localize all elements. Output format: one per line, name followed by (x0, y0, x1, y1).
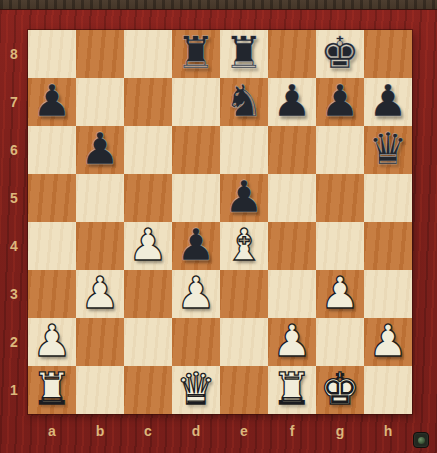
square-f3[interactable] (268, 270, 316, 318)
rank-label-3: 3 (0, 270, 28, 318)
black-pawn: ♟ (224, 173, 263, 221)
square-h1[interactable] (364, 366, 412, 414)
file-label-d: d (172, 414, 220, 453)
square-e7[interactable]: ♞ (220, 78, 268, 126)
rank-labels: 87654321 (0, 30, 28, 414)
white-pawn: ♟ (368, 317, 407, 365)
black-pawn: ♟ (320, 77, 359, 125)
square-f8[interactable] (268, 30, 316, 78)
square-c8[interactable] (124, 30, 172, 78)
square-a1[interactable]: ♜ (28, 366, 76, 414)
black-rook: ♜ (176, 29, 215, 77)
square-e5[interactable]: ♟ (220, 174, 268, 222)
square-c2[interactable] (124, 318, 172, 366)
square-f6[interactable] (268, 126, 316, 174)
square-f1[interactable]: ♜ (268, 366, 316, 414)
square-e3[interactable] (220, 270, 268, 318)
square-b7[interactable] (76, 78, 124, 126)
square-g5[interactable] (316, 174, 364, 222)
white-queen: ♛ (176, 365, 215, 413)
white-pawn: ♟ (80, 269, 119, 317)
board-menu-button[interactable] (413, 432, 429, 448)
white-pawn: ♟ (32, 317, 71, 365)
file-label-a: a (28, 414, 76, 453)
white-rook: ♜ (32, 365, 71, 413)
file-label-c: c (124, 414, 172, 453)
square-d8[interactable]: ♜ (172, 30, 220, 78)
white-rook: ♜ (272, 365, 311, 413)
square-f4[interactable] (268, 222, 316, 270)
file-labels: abcdefgh (28, 414, 412, 453)
rank-label-5: 5 (0, 174, 28, 222)
file-label-e: e (220, 414, 268, 453)
square-e8[interactable]: ♜ (220, 30, 268, 78)
file-label-g: g (316, 414, 364, 453)
rank-label-1: 1 (0, 366, 28, 414)
square-c4[interactable]: ♟ (124, 222, 172, 270)
board-frame: 87654321 ♜♜♚♟♞♟♟♟♟♛♟♟♟♝♟♟♟♟♟♟♜♛♜♚ abcdef… (0, 0, 437, 453)
square-a4[interactable] (28, 222, 76, 270)
square-c1[interactable] (124, 366, 172, 414)
square-e4[interactable]: ♝ (220, 222, 268, 270)
square-b6[interactable]: ♟ (76, 126, 124, 174)
square-g8[interactable]: ♚ (316, 30, 364, 78)
square-e6[interactable] (220, 126, 268, 174)
square-h8[interactable] (364, 30, 412, 78)
black-rook: ♜ (224, 29, 263, 77)
square-h5[interactable] (364, 174, 412, 222)
square-h4[interactable] (364, 222, 412, 270)
file-label-h: h (364, 414, 412, 453)
square-a6[interactable] (28, 126, 76, 174)
square-d7[interactable] (172, 78, 220, 126)
square-f5[interactable] (268, 174, 316, 222)
square-g4[interactable] (316, 222, 364, 270)
square-a3[interactable] (28, 270, 76, 318)
square-b2[interactable] (76, 318, 124, 366)
black-pawn: ♟ (272, 77, 311, 125)
file-label-f: f (268, 414, 316, 453)
square-d5[interactable] (172, 174, 220, 222)
white-pawn: ♟ (272, 317, 311, 365)
square-h2[interactable]: ♟ (364, 318, 412, 366)
square-d6[interactable] (172, 126, 220, 174)
square-h6[interactable]: ♛ (364, 126, 412, 174)
square-a7[interactable]: ♟ (28, 78, 76, 126)
black-pawn: ♟ (80, 125, 119, 173)
square-c3[interactable] (124, 270, 172, 318)
white-pawn: ♟ (176, 269, 215, 317)
square-b5[interactable] (76, 174, 124, 222)
square-d1[interactable]: ♛ (172, 366, 220, 414)
square-e1[interactable] (220, 366, 268, 414)
white-pawn: ♟ (128, 221, 167, 269)
square-d2[interactable] (172, 318, 220, 366)
square-g2[interactable] (316, 318, 364, 366)
square-b1[interactable] (76, 366, 124, 414)
rank-label-7: 7 (0, 78, 28, 126)
top-wood-bar (0, 0, 437, 10)
square-b4[interactable] (76, 222, 124, 270)
square-g7[interactable]: ♟ (316, 78, 364, 126)
black-queen: ♛ (368, 125, 407, 173)
square-e2[interactable] (220, 318, 268, 366)
black-pawn: ♟ (176, 221, 215, 269)
square-h3[interactable] (364, 270, 412, 318)
rank-label-6: 6 (0, 126, 28, 174)
square-c5[interactable] (124, 174, 172, 222)
dot-icon (418, 437, 425, 444)
rank-label-8: 8 (0, 30, 28, 78)
square-f7[interactable]: ♟ (268, 78, 316, 126)
square-c7[interactable] (124, 78, 172, 126)
square-d3[interactable]: ♟ (172, 270, 220, 318)
rank-label-2: 2 (0, 318, 28, 366)
white-pawn: ♟ (320, 269, 359, 317)
square-g3[interactable]: ♟ (316, 270, 364, 318)
square-c6[interactable] (124, 126, 172, 174)
square-a5[interactable] (28, 174, 76, 222)
white-king: ♚ (320, 365, 359, 413)
file-label-b: b (76, 414, 124, 453)
square-b3[interactable]: ♟ (76, 270, 124, 318)
square-g6[interactable] (316, 126, 364, 174)
black-king: ♚ (320, 29, 359, 77)
square-h7[interactable]: ♟ (364, 78, 412, 126)
black-pawn: ♟ (32, 77, 71, 125)
white-bishop: ♝ (224, 221, 263, 269)
square-b8[interactable] (76, 30, 124, 78)
square-d4[interactable]: ♟ (172, 222, 220, 270)
chess-board[interactable]: ♜♜♚♟♞♟♟♟♟♛♟♟♟♝♟♟♟♟♟♟♜♛♜♚ (28, 30, 412, 414)
rank-label-4: 4 (0, 222, 28, 270)
square-a8[interactable] (28, 30, 76, 78)
black-knight: ♞ (224, 77, 263, 125)
square-f2[interactable]: ♟ (268, 318, 316, 366)
black-pawn: ♟ (368, 77, 407, 125)
square-a2[interactable]: ♟ (28, 318, 76, 366)
square-g1[interactable]: ♚ (316, 366, 364, 414)
